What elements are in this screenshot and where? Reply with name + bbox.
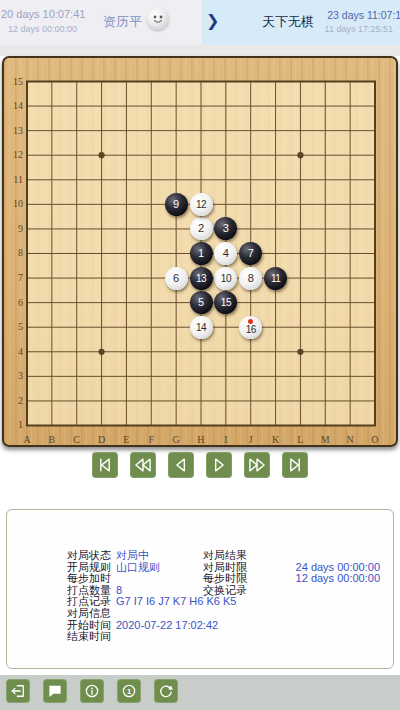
stone-white-8: 8 — [239, 267, 262, 290]
board-intersection-H8[interactable]: 1 — [189, 241, 214, 266]
move-number: 11 — [271, 273, 280, 284]
stone-black-1: 1 — [190, 242, 213, 265]
refresh-button[interactable] — [154, 679, 178, 703]
game-info-panel: 对局状态开局规则每步加时打点数量打点记录对局信息开始时间结束时间 对局中山口规则… — [6, 509, 394, 669]
stone-white-10: 10 — [214, 267, 237, 290]
info-value-left-7 — [116, 631, 236, 643]
bottom-toolbar: 1 — [0, 675, 400, 710]
move-number: 6 — [173, 273, 179, 284]
right-player-name: 天下无棋 — [262, 13, 314, 31]
move-number: 15 — [221, 297, 231, 308]
move-number: 2 — [198, 223, 204, 234]
info-label-left-7: 结束时间 — [67, 631, 111, 643]
game-header: 20 days 10:07:41 12 days 00:00:00 资历平 ❯ … — [0, 0, 400, 45]
info-label-left-0: 对局状态 — [67, 550, 111, 562]
board-intersection-I7[interactable]: 10 — [213, 266, 238, 291]
svg-text:1: 1 — [127, 687, 131, 696]
info-labels-left: 对局状态开局规则每步加时打点数量打点记录对局信息开始时间结束时间 — [67, 550, 111, 643]
stone-black-7: 7 — [239, 242, 262, 265]
move-number: 14 — [196, 322, 206, 333]
last-move-button[interactable] — [282, 452, 308, 478]
stone-white-16: 16 — [239, 316, 262, 339]
stone-black-3: 3 — [214, 217, 237, 240]
board-intersection-G7[interactable]: 6 — [164, 266, 189, 291]
stone-black-5: 5 — [190, 291, 213, 314]
info-value-right-0 — [296, 550, 380, 562]
exit-button[interactable] — [6, 679, 30, 703]
board-intersection-H7[interactable]: 13 — [189, 266, 214, 291]
stones-layer: 12345678910111213141516 — [15, 69, 388, 438]
move-numbers-button[interactable]: 1 — [117, 679, 141, 703]
stone-white-4: 4 — [214, 242, 237, 265]
info-value-left-5 — [116, 608, 236, 620]
stone-black-15: 15 — [214, 291, 237, 314]
info-circle-icon — [83, 682, 101, 700]
app-window: 20 days 10:07:41 12 days 00:00:00 资历平 ❯ … — [0, 0, 400, 710]
board-intersection-J8[interactable]: 7 — [238, 241, 263, 266]
info-value-right-3 — [296, 585, 380, 597]
info-label-left-5: 对局信息 — [67, 608, 111, 620]
left-player-time-sub: 12 days 00:00:00 — [8, 24, 77, 34]
chat-button[interactable] — [43, 679, 67, 703]
board-intersection-H5[interactable]: 14 — [189, 315, 214, 340]
board-intersection-I8[interactable]: 4 — [213, 241, 238, 266]
next-move-button[interactable] — [206, 452, 232, 478]
move-number: 9 — [173, 199, 179, 210]
move-navigation-bar — [0, 452, 400, 478]
right-player-time-main: 23 days 11:07:12 — [327, 9, 400, 21]
first-move-button[interactable] — [92, 452, 118, 478]
info-button[interactable] — [80, 679, 104, 703]
left-player-time-main: 20 days 10:07:41 — [1, 8, 85, 20]
stone-white-12: 12 — [190, 193, 213, 216]
move-number: 4 — [223, 248, 229, 259]
move-number: 5 — [198, 297, 204, 308]
info-value-right-2: 12 days 00:00:00 — [296, 573, 380, 585]
last-move-marker-icon — [248, 319, 253, 324]
board-intersection-K7[interactable]: 11 — [263, 266, 288, 291]
refresh-icon — [157, 682, 175, 700]
white-stone-avatar-icon — [147, 8, 169, 30]
stone-black-9: 9 — [165, 193, 188, 216]
move-number: 10 — [221, 273, 231, 284]
board-intersection-I6[interactable]: 15 — [213, 290, 238, 315]
move-number: 12 — [196, 199, 206, 210]
stone-white-14: 14 — [190, 316, 213, 339]
turn-indicator-chevron-icon: ❯ — [206, 11, 219, 30]
stone-black-13: 13 — [190, 267, 213, 290]
info-value-left-4: G7 I7 I6 J7 K7 H6 K6 K5 — [116, 596, 236, 608]
double-arrow-right-icon — [247, 455, 267, 475]
fast-forward-button[interactable] — [244, 452, 270, 478]
board-intersection-I9[interactable]: 3 — [213, 217, 238, 242]
info-value-left-6: 2020-07-22 17:02:42 — [116, 620, 236, 632]
stone-white-2: 2 — [190, 217, 213, 240]
skip-to-start-icon — [95, 455, 115, 475]
left-player-card[interactable]: 20 days 10:07:41 12 days 00:00:00 资历平 — [0, 0, 202, 45]
info-label-right-0: 对局结果 — [203, 550, 247, 562]
info-label-right-3: 交换记录 — [203, 585, 247, 597]
fast-backward-button[interactable] — [130, 452, 156, 478]
move-number: 13 — [196, 273, 206, 284]
left-player-name: 资历平 — [103, 13, 142, 31]
right-player-time-sub: 11 days 17:25:51 — [325, 24, 393, 34]
move-number: 7 — [248, 248, 254, 259]
info-labels-right: 对局结果对局时限每步时限交换记录 — [203, 550, 247, 596]
right-player-card[interactable]: ❯ 天下无棋 23 days 11:07:12 11 days 17:25:51 — [202, 0, 400, 45]
skip-to-end-icon — [285, 455, 305, 475]
move-number: 1 — [198, 248, 204, 259]
board-intersection-J5[interactable]: 16 — [238, 315, 263, 340]
arrow-left-icon — [171, 455, 191, 475]
exit-icon — [9, 682, 27, 700]
arrow-right-icon — [209, 455, 229, 475]
board-intersection-G10[interactable]: 9 — [164, 192, 189, 217]
stone-black-11: 11 — [264, 267, 287, 290]
move-number: 3 — [223, 223, 229, 234]
double-arrow-left-icon — [133, 455, 153, 475]
board-intersection-H6[interactable]: 5 — [189, 290, 214, 315]
number-one-circle-icon: 1 — [120, 682, 138, 700]
move-number: 16 — [246, 324, 256, 335]
gomoku-board[interactable]: 151413121110987654321 ABCDEFGHIJKLMNO 12… — [2, 56, 398, 447]
stone-white-6: 6 — [165, 267, 188, 290]
board-intersection-H10[interactable]: 12 — [189, 192, 214, 217]
move-number: 8 — [248, 273, 254, 284]
board-intersection-H9[interactable]: 2 — [189, 217, 214, 242]
previous-move-button[interactable] — [168, 452, 194, 478]
chat-bubble-icon — [46, 682, 64, 700]
header-divider — [0, 45, 400, 56]
board-intersection-J7[interactable]: 8 — [238, 266, 263, 291]
info-values-right: 24 days 00:00:0012 days 00:00:00 — [296, 550, 380, 596]
